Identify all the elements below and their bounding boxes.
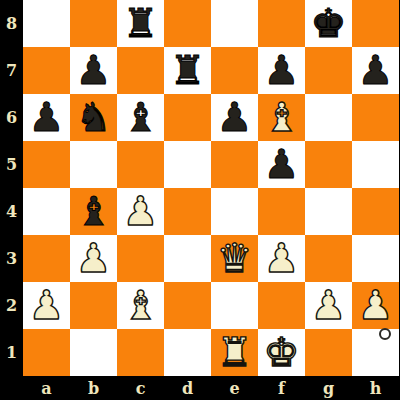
square-b8[interactable]	[70, 0, 117, 47]
white-to-move-indicator	[379, 328, 391, 340]
piece-white-bishop: ♝	[264, 94, 300, 141]
piece-black-knight: ♞	[76, 94, 112, 141]
square-f4[interactable]	[258, 188, 305, 235]
file-label-g: g	[305, 376, 352, 400]
square-b7[interactable]: ♟	[70, 47, 117, 94]
square-c1[interactable]	[117, 329, 164, 376]
square-b5[interactable]	[70, 141, 117, 188]
square-b4[interactable]: ♝	[70, 188, 117, 235]
square-d8[interactable]	[164, 0, 211, 47]
square-e7[interactable]	[211, 47, 258, 94]
square-g6[interactable]	[305, 94, 352, 141]
square-c7[interactable]	[117, 47, 164, 94]
square-a8[interactable]	[23, 0, 70, 47]
rank-label-3: 3	[0, 235, 23, 282]
piece-black-rook: ♜	[170, 47, 206, 94]
square-b3[interactable]: ♟	[70, 235, 117, 282]
square-g3[interactable]	[305, 235, 352, 282]
square-b6[interactable]: ♞	[70, 94, 117, 141]
square-e1[interactable]: ♜	[211, 329, 258, 376]
square-a1[interactable]	[23, 329, 70, 376]
square-c6[interactable]: ♝	[117, 94, 164, 141]
rank-label-8: 8	[0, 0, 23, 47]
piece-black-pawn: ♟	[264, 47, 300, 94]
piece-white-king: ♚	[264, 329, 300, 376]
square-e5[interactable]	[211, 141, 258, 188]
square-e2[interactable]	[211, 282, 258, 329]
rank-label-6: 6	[0, 94, 23, 141]
square-a5[interactable]	[23, 141, 70, 188]
piece-black-bishop: ♝	[76, 188, 112, 235]
rank-label-4: 4	[0, 188, 23, 235]
rank-label-7: 7	[0, 47, 23, 94]
square-f2[interactable]	[258, 282, 305, 329]
piece-white-pawn: ♟	[76, 235, 112, 282]
square-b1[interactable]	[70, 329, 117, 376]
square-c3[interactable]	[117, 235, 164, 282]
square-d7[interactable]: ♜	[164, 47, 211, 94]
square-h3[interactable]	[352, 235, 399, 282]
square-h7[interactable]: ♟	[352, 47, 399, 94]
square-h6[interactable]	[352, 94, 399, 141]
rank-label-2: 2	[0, 282, 23, 329]
square-a2[interactable]: ♟	[23, 282, 70, 329]
square-h8[interactable]	[352, 0, 399, 47]
piece-white-rook: ♜	[217, 329, 253, 376]
piece-white-pawn: ♟	[29, 282, 65, 329]
square-g8[interactable]: ♚	[305, 0, 352, 47]
piece-white-pawn: ♟	[264, 235, 300, 282]
square-e8[interactable]	[211, 0, 258, 47]
piece-black-bishop: ♝	[123, 94, 159, 141]
square-d2[interactable]	[164, 282, 211, 329]
square-g7[interactable]	[305, 47, 352, 94]
square-a4[interactable]	[23, 188, 70, 235]
file-label-h: h	[352, 376, 399, 400]
file-label-f: f	[258, 376, 305, 400]
piece-black-pawn: ♟	[358, 47, 394, 94]
square-h1[interactable]	[352, 329, 399, 376]
square-h2[interactable]: ♟	[352, 282, 399, 329]
chess-board: ♜♚♟♜♟♟♟♞♝♟♝♟♝♟♟♛♟♟♝♟♟♜♚	[23, 0, 399, 376]
file-label-c: c	[117, 376, 164, 400]
square-a3[interactable]	[23, 235, 70, 282]
piece-black-king: ♚	[311, 0, 347, 47]
piece-white-pawn: ♟	[358, 282, 394, 329]
piece-white-queen: ♛	[217, 235, 253, 282]
square-e6[interactable]: ♟	[211, 94, 258, 141]
square-g4[interactable]	[305, 188, 352, 235]
square-e4[interactable]	[211, 188, 258, 235]
piece-black-pawn: ♟	[264, 141, 300, 188]
square-a7[interactable]	[23, 47, 70, 94]
piece-white-pawn: ♟	[123, 188, 159, 235]
square-e3[interactable]: ♛	[211, 235, 258, 282]
piece-white-bishop: ♝	[123, 282, 159, 329]
piece-white-pawn: ♟	[311, 282, 347, 329]
file-label-e: e	[211, 376, 258, 400]
square-g2[interactable]: ♟	[305, 282, 352, 329]
rank-label-1: 1	[0, 329, 23, 376]
piece-black-pawn: ♟	[76, 47, 112, 94]
square-d3[interactable]	[164, 235, 211, 282]
piece-black-rook: ♜	[123, 0, 159, 47]
square-g1[interactable]	[305, 329, 352, 376]
file-label-b: b	[70, 376, 117, 400]
square-b2[interactable]	[70, 282, 117, 329]
piece-black-pawn: ♟	[217, 94, 253, 141]
square-g5[interactable]	[305, 141, 352, 188]
square-h4[interactable]	[352, 188, 399, 235]
file-label-a: a	[23, 376, 70, 400]
square-d1[interactable]	[164, 329, 211, 376]
rank-label-5: 5	[0, 141, 23, 188]
square-f6[interactable]: ♝	[258, 94, 305, 141]
square-h5[interactable]	[352, 141, 399, 188]
square-d4[interactable]	[164, 188, 211, 235]
square-f1[interactable]: ♚	[258, 329, 305, 376]
square-d5[interactable]	[164, 141, 211, 188]
square-f5[interactable]: ♟	[258, 141, 305, 188]
square-f7[interactable]: ♟	[258, 47, 305, 94]
square-c2[interactable]: ♝	[117, 282, 164, 329]
square-c4[interactable]: ♟	[117, 188, 164, 235]
piece-black-pawn: ♟	[29, 94, 65, 141]
square-f3[interactable]: ♟	[258, 235, 305, 282]
square-a6[interactable]: ♟	[23, 94, 70, 141]
chess-diagram: ♜♚♟♜♟♟♟♞♝♟♝♟♝♟♟♛♟♟♝♟♟♜♚ 87654321 abcdefg…	[0, 0, 400, 400]
square-c5[interactable]	[117, 141, 164, 188]
square-f8[interactable]	[258, 0, 305, 47]
square-c8[interactable]: ♜	[117, 0, 164, 47]
square-d6[interactable]	[164, 94, 211, 141]
file-label-d: d	[164, 376, 211, 400]
